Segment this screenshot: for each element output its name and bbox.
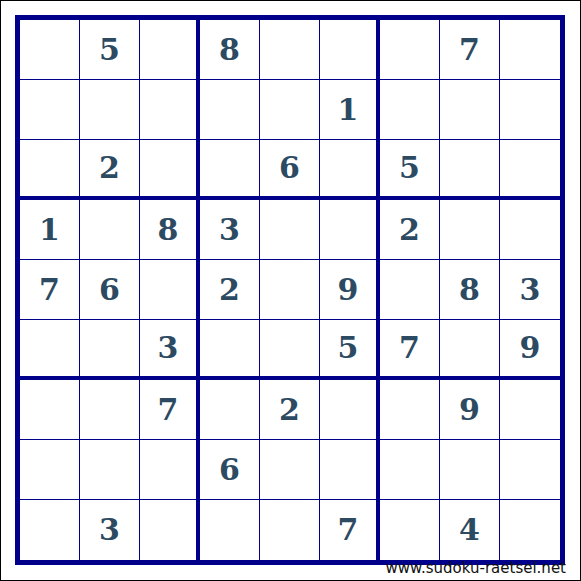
sudoku-cell-r8c2[interactable] (80, 440, 140, 500)
sudoku-cell-r1c6[interactable] (320, 20, 380, 80)
sudoku-cell-r3c2: 2 (80, 140, 140, 200)
sudoku-cell-r9c8: 4 (440, 500, 500, 560)
sudoku-cell-r5c5[interactable] (260, 260, 320, 320)
sudoku-cell-r6c4[interactable] (200, 320, 260, 380)
sudoku-cell-r1c3[interactable] (140, 20, 200, 80)
sudoku-cell-r3c6[interactable] (320, 140, 380, 200)
sudoku-cell-r5c3[interactable] (140, 260, 200, 320)
sudoku-cell-r1c8: 7 (440, 20, 500, 80)
sudoku-cell-r3c4[interactable] (200, 140, 260, 200)
sudoku-cell-r3c5: 6 (260, 140, 320, 200)
sudoku-cell-r9c5[interactable] (260, 500, 320, 560)
sudoku-cell-r8c3[interactable] (140, 440, 200, 500)
sudoku-cell-r5c8: 8 (440, 260, 500, 320)
sudoku-cell-r8c6[interactable] (320, 440, 380, 500)
sudoku-cell-r4c7: 2 (380, 200, 440, 260)
sudoku-cell-r5c2: 6 (80, 260, 140, 320)
sudoku-cell-r9c9[interactable] (500, 500, 560, 560)
sudoku-cell-r4c1: 1 (20, 200, 80, 260)
sudoku-cell-r2c4[interactable] (200, 80, 260, 140)
sudoku-cell-r2c9[interactable] (500, 80, 560, 140)
sudoku-cell-r8c4: 6 (200, 440, 260, 500)
sudoku-cell-r2c3[interactable] (140, 80, 200, 140)
sudoku-cell-r6c7: 7 (380, 320, 440, 380)
sudoku-cell-r4c6[interactable] (320, 200, 380, 260)
sudoku-cell-r7c1[interactable] (20, 380, 80, 440)
sudoku-cell-r8c1[interactable] (20, 440, 80, 500)
sudoku-cell-r2c1[interactable] (20, 80, 80, 140)
sudoku-cell-r2c8[interactable] (440, 80, 500, 140)
sudoku-cell-r7c2[interactable] (80, 380, 140, 440)
sudoku-cell-r4c9[interactable] (500, 200, 560, 260)
sudoku-cell-r9c3[interactable] (140, 500, 200, 560)
sudoku-cell-r4c8[interactable] (440, 200, 500, 260)
sudoku-cell-r7c7[interactable] (380, 380, 440, 440)
sudoku-cell-r9c7[interactable] (380, 500, 440, 560)
sudoku-cell-r6c1[interactable] (20, 320, 80, 380)
sudoku-cell-r6c2[interactable] (80, 320, 140, 380)
sudoku-cell-r4c4: 3 (200, 200, 260, 260)
sudoku-cell-r2c5[interactable] (260, 80, 320, 140)
sudoku-cell-r8c9[interactable] (500, 440, 560, 500)
sudoku-cell-r5c7[interactable] (380, 260, 440, 320)
sudoku-cell-r1c1[interactable] (20, 20, 80, 80)
sudoku-cell-r3c9[interactable] (500, 140, 560, 200)
sudoku-cell-r1c4: 8 (200, 20, 260, 80)
sudoku-cell-r6c8[interactable] (440, 320, 500, 380)
sudoku-cell-r9c2: 3 (80, 500, 140, 560)
sudoku-cell-r8c5[interactable] (260, 440, 320, 500)
sudoku-cell-r4c3: 8 (140, 200, 200, 260)
sudoku-cell-r7c4[interactable] (200, 380, 260, 440)
sudoku-cell-r1c7[interactable] (380, 20, 440, 80)
sudoku-cell-r2c6: 1 (320, 80, 380, 140)
sudoku-cell-r5c4: 2 (200, 260, 260, 320)
sudoku-cell-r2c2[interactable] (80, 80, 140, 140)
sudoku-cell-r1c9[interactable] (500, 20, 560, 80)
sudoku-board: 5871265183276298335797296374 (15, 15, 565, 565)
sudoku-cell-r8c8[interactable] (440, 440, 500, 500)
sudoku-cell-r1c5[interactable] (260, 20, 320, 80)
sudoku-cell-r3c3[interactable] (140, 140, 200, 200)
sudoku-cell-r3c7: 5 (380, 140, 440, 200)
sudoku-cell-r7c3: 7 (140, 380, 200, 440)
sudoku-cell-r6c3: 3 (140, 320, 200, 380)
sudoku-cell-r7c6[interactable] (320, 380, 380, 440)
website-url: www.sudoku-raetsel.net (386, 559, 566, 577)
sudoku-cell-r3c1[interactable] (20, 140, 80, 200)
sudoku-cell-r6c6: 5 (320, 320, 380, 380)
sudoku-cell-r2c7[interactable] (380, 80, 440, 140)
sudoku-cell-r6c5[interactable] (260, 320, 320, 380)
sudoku-cell-r5c1: 7 (20, 260, 80, 320)
sudoku-cell-r8c7[interactable] (380, 440, 440, 500)
sudoku-cell-r3c8[interactable] (440, 140, 500, 200)
sudoku-cell-r6c9: 9 (500, 320, 560, 380)
sudoku-cell-r7c5: 2 (260, 380, 320, 440)
sudoku-cell-r5c9: 3 (500, 260, 560, 320)
sudoku-cell-r9c4[interactable] (200, 500, 260, 560)
sudoku-cell-r9c1[interactable] (20, 500, 80, 560)
sudoku-cell-r9c6: 7 (320, 500, 380, 560)
sudoku-cell-r4c5[interactable] (260, 200, 320, 260)
sudoku-cell-r1c2: 5 (80, 20, 140, 80)
sudoku-cell-r7c9[interactable] (500, 380, 560, 440)
sudoku-page: 5871265183276298335797296374 www.sudoku-… (0, 0, 581, 581)
sudoku-cell-r7c8: 9 (440, 380, 500, 440)
sudoku-cell-r5c6: 9 (320, 260, 380, 320)
sudoku-cell-r4c2[interactable] (80, 200, 140, 260)
